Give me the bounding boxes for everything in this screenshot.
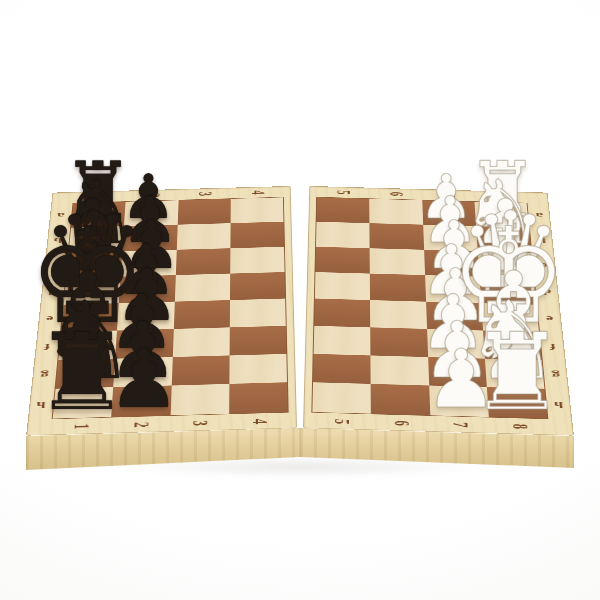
square-d5[interactable] <box>315 272 370 300</box>
square-b3[interactable] <box>176 223 230 249</box>
square-g4[interactable] <box>229 354 287 384</box>
square-a4[interactable] <box>230 197 283 223</box>
square-d4[interactable] <box>230 272 285 300</box>
rank-label-5: 5 <box>311 413 371 430</box>
square-e4[interactable] <box>230 299 286 328</box>
square-f5[interactable] <box>314 326 371 356</box>
square-g5[interactable] <box>313 354 371 384</box>
square-a6[interactable] <box>369 199 422 225</box>
rank-label-4: 4 <box>229 413 289 430</box>
square-e3[interactable] <box>173 300 229 329</box>
square-b5[interactable] <box>316 222 370 248</box>
square-c6[interactable] <box>370 248 425 275</box>
square-e5[interactable] <box>314 299 370 328</box>
square-h5[interactable] <box>312 382 371 413</box>
square-f3[interactable] <box>172 327 229 357</box>
square-a3[interactable] <box>177 199 230 225</box>
square-a5[interactable] <box>317 197 370 223</box>
square-c5[interactable] <box>315 247 370 274</box>
rank-label-6: 6 <box>371 414 431 431</box>
square-h4[interactable] <box>229 382 288 413</box>
square-c3[interactable] <box>175 248 230 275</box>
square-f4[interactable] <box>229 326 286 356</box>
square-d6[interactable] <box>370 274 426 302</box>
white-rook-h8[interactable]: ♜ <box>469 318 564 424</box>
square-b6[interactable] <box>370 223 424 249</box>
square-b4[interactable] <box>230 222 284 248</box>
square-e6[interactable] <box>370 300 426 329</box>
square-c4[interactable] <box>230 247 285 274</box>
square-h6[interactable] <box>371 384 430 415</box>
black-pawn-h2[interactable]: ♟ <box>108 339 180 420</box>
photo-stage: 12341234abcdefgh 56785678abcdefgh ♜♟♟♜♞♟… <box>0 0 600 600</box>
square-d3[interactable] <box>174 274 230 302</box>
